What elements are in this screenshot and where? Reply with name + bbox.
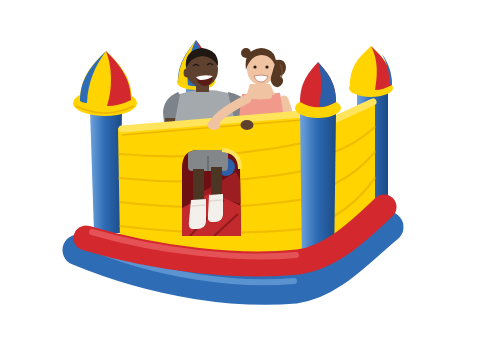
girl-pigtail-left: [241, 48, 251, 58]
boy-ear: [184, 69, 191, 78]
girl-hand: [208, 120, 221, 130]
product-photo: [0, 0, 500, 345]
girl-eye-right: [265, 65, 268, 68]
girl-strap-right: [273, 95, 274, 104]
door-opening: [182, 148, 241, 236]
tower-front-left-column: [90, 110, 122, 233]
boy-sock-left: [189, 199, 206, 229]
boy-sock-right: [208, 194, 223, 222]
boy-hand: [241, 120, 254, 130]
boy-leg-left: [193, 169, 204, 202]
castle-bouncer-illustration: [0, 0, 500, 345]
boy-leg-right: [211, 167, 222, 197]
girl-eye-left: [253, 65, 256, 68]
